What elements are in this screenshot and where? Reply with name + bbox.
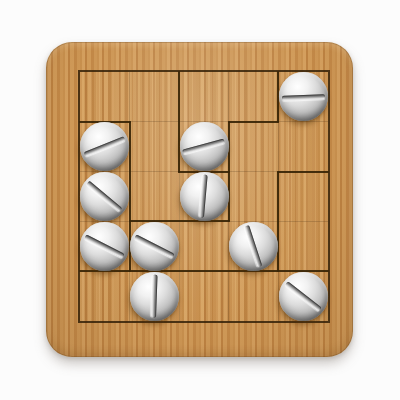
- piece-boundary-line: [178, 71, 180, 173]
- piece-boundary-line: [228, 121, 280, 123]
- screw-knob[interactable]: [130, 222, 179, 271]
- screw-slot: [134, 235, 174, 259]
- screw-slot: [245, 225, 263, 267]
- piece-area: [78, 70, 330, 323]
- screw-knob[interactable]: [80, 122, 129, 171]
- screw-knob[interactable]: [130, 272, 179, 321]
- puzzle-board: [46, 42, 353, 357]
- screw-knob[interactable]: [180, 172, 229, 221]
- screw-slot: [285, 281, 322, 311]
- screw-slot: [85, 235, 125, 259]
- screw-slot: [87, 181, 123, 212]
- puzzle-photo: [0, 0, 400, 400]
- screw-knob[interactable]: [279, 72, 328, 121]
- screw-knob[interactable]: [229, 222, 278, 271]
- screw-slot: [183, 139, 226, 155]
- screw-slot: [151, 274, 157, 317]
- screw-knob[interactable]: [279, 272, 328, 321]
- screw-knob[interactable]: [80, 222, 129, 271]
- screw-knob[interactable]: [80, 172, 129, 221]
- piece-boundary-line: [277, 171, 329, 173]
- screw-slot: [282, 94, 325, 100]
- screw-slot: [200, 175, 208, 218]
- screw-knob[interactable]: [180, 122, 229, 171]
- screw-slot: [84, 137, 126, 157]
- piece-boundary-line: [79, 270, 329, 272]
